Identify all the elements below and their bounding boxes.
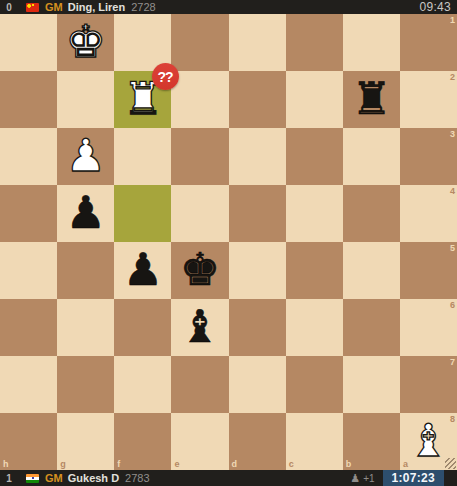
square-h3[interactable] bbox=[0, 128, 57, 185]
square-b2[interactable]: ♜ bbox=[343, 71, 400, 128]
coordinate-file-g: g bbox=[60, 460, 66, 469]
white-bishop-a8[interactable]: ♝ bbox=[408, 418, 448, 463]
player-name-bottom[interactable]: Gukesh D bbox=[68, 472, 119, 484]
square-g3[interactable]: ♟ bbox=[57, 128, 114, 185]
chess-broadcast-app: 0 GM Ding, Liren 2728 09:43 ?? ♚1♜♜2♟3♟4… bbox=[0, 0, 457, 486]
square-c1[interactable] bbox=[286, 14, 343, 71]
square-g5[interactable] bbox=[57, 242, 114, 299]
coordinate-rank-6: 6 bbox=[450, 301, 455, 310]
square-e5[interactable]: ♚ bbox=[171, 242, 228, 299]
square-h4[interactable] bbox=[0, 185, 57, 242]
player-rating-bottom: 2783 bbox=[125, 472, 149, 484]
player-name-top[interactable]: Ding, Liren bbox=[68, 1, 125, 13]
coordinate-rank-3: 3 bbox=[450, 130, 455, 139]
square-g4[interactable]: ♟ bbox=[57, 185, 114, 242]
india-flag-icon bbox=[26, 474, 39, 483]
square-g6[interactable] bbox=[57, 299, 114, 356]
coordinate-rank-5: 5 bbox=[450, 244, 455, 253]
black-bishop-e6[interactable]: ♝ bbox=[180, 304, 220, 349]
white-king-g1[interactable]: ♚ bbox=[66, 19, 106, 64]
coordinate-file-f: f bbox=[117, 460, 120, 469]
black-rook-b2[interactable]: ♜ bbox=[351, 76, 391, 121]
square-d3[interactable] bbox=[229, 128, 286, 185]
square-a6[interactable]: 6 bbox=[400, 299, 457, 356]
square-a7[interactable]: 7 bbox=[400, 356, 457, 413]
coordinate-file-h: h bbox=[3, 460, 9, 469]
square-c4[interactable] bbox=[286, 185, 343, 242]
square-a2[interactable]: 2 bbox=[400, 71, 457, 128]
square-h1[interactable] bbox=[0, 14, 57, 71]
coordinate-rank-8: 8 bbox=[450, 415, 455, 424]
material-value: +1 bbox=[363, 473, 374, 484]
coordinate-file-e: e bbox=[174, 460, 179, 469]
china-flag-icon bbox=[26, 3, 39, 12]
blunder-annotation-badge: ?? bbox=[152, 63, 179, 90]
square-b8[interactable]: b bbox=[343, 413, 400, 470]
coordinate-rank-1: 1 bbox=[450, 16, 455, 25]
coordinate-rank-4: 4 bbox=[450, 187, 455, 196]
coordinate-rank-2: 2 bbox=[450, 73, 455, 82]
square-d2[interactable] bbox=[229, 71, 286, 128]
square-a3[interactable]: 3 bbox=[400, 128, 457, 185]
coordinate-rank-7: 7 bbox=[450, 358, 455, 367]
square-d7[interactable] bbox=[229, 356, 286, 413]
player-bar-bottom: 1 GM Gukesh D 2783 ♟ +1 1:07:23 bbox=[0, 470, 457, 486]
square-d6[interactable] bbox=[229, 299, 286, 356]
square-e2[interactable] bbox=[171, 71, 228, 128]
square-f3[interactable] bbox=[114, 128, 171, 185]
player-bar-top: 0 GM Ding, Liren 2728 09:43 bbox=[0, 0, 457, 14]
black-pawn-f5[interactable]: ♟ bbox=[123, 247, 163, 292]
square-e7[interactable] bbox=[171, 356, 228, 413]
square-g2[interactable] bbox=[57, 71, 114, 128]
game-score-black: 1 bbox=[3, 473, 15, 484]
square-f5[interactable]: ♟ bbox=[114, 242, 171, 299]
square-d8[interactable]: d bbox=[229, 413, 286, 470]
square-h7[interactable] bbox=[0, 356, 57, 413]
square-a4[interactable]: 4 bbox=[400, 185, 457, 242]
chess-board: ?? ♚1♜♜2♟3♟4♟♚5♝67hgfedcb8a♝ bbox=[0, 14, 457, 470]
game-score-white: 0 bbox=[3, 2, 15, 13]
black-king-e5[interactable]: ♚ bbox=[180, 247, 220, 292]
square-f7[interactable] bbox=[114, 356, 171, 413]
square-f4[interactable] bbox=[114, 185, 171, 242]
square-b4[interactable] bbox=[343, 185, 400, 242]
board-resize-handle[interactable] bbox=[445, 458, 456, 469]
square-c3[interactable] bbox=[286, 128, 343, 185]
square-b3[interactable] bbox=[343, 128, 400, 185]
square-d4[interactable] bbox=[229, 185, 286, 242]
square-a5[interactable]: 5 bbox=[400, 242, 457, 299]
square-e8[interactable]: e bbox=[171, 413, 228, 470]
square-b7[interactable] bbox=[343, 356, 400, 413]
square-f8[interactable]: f bbox=[114, 413, 171, 470]
square-g8[interactable]: g bbox=[57, 413, 114, 470]
square-b1[interactable] bbox=[343, 14, 400, 71]
player-rating-top: 2728 bbox=[131, 1, 155, 13]
square-a1[interactable]: 1 bbox=[400, 14, 457, 71]
clock-top: 09:43 bbox=[419, 0, 451, 14]
square-b6[interactable] bbox=[343, 299, 400, 356]
black-pawn-g4[interactable]: ♟ bbox=[66, 190, 106, 235]
material-advantage: ♟ +1 bbox=[350, 473, 374, 484]
white-pawn-g3[interactable]: ♟ bbox=[66, 133, 106, 178]
square-h8[interactable]: h bbox=[0, 413, 57, 470]
square-e3[interactable] bbox=[171, 128, 228, 185]
square-d5[interactable] bbox=[229, 242, 286, 299]
coordinate-file-a: a bbox=[403, 460, 408, 469]
square-c5[interactable] bbox=[286, 242, 343, 299]
square-b5[interactable] bbox=[343, 242, 400, 299]
player-title: GM bbox=[45, 472, 63, 484]
square-d1[interactable] bbox=[229, 14, 286, 71]
square-f6[interactable] bbox=[114, 299, 171, 356]
square-h6[interactable] bbox=[0, 299, 57, 356]
coordinate-file-b: b bbox=[346, 460, 352, 469]
square-c6[interactable] bbox=[286, 299, 343, 356]
pawn-icon: ♟ bbox=[350, 473, 360, 484]
coordinate-file-c: c bbox=[289, 460, 294, 469]
square-c2[interactable] bbox=[286, 71, 343, 128]
square-g7[interactable] bbox=[57, 356, 114, 413]
player-title: GM bbox=[45, 1, 63, 13]
square-e1[interactable] bbox=[171, 14, 228, 71]
square-e6[interactable]: ♝ bbox=[171, 299, 228, 356]
square-e4[interactable] bbox=[171, 185, 228, 242]
square-c8[interactable]: c bbox=[286, 413, 343, 470]
square-c7[interactable] bbox=[286, 356, 343, 413]
clock-bottom: 1:07:23 bbox=[383, 470, 444, 486]
square-g1[interactable]: ♚ bbox=[57, 14, 114, 71]
square-h5[interactable] bbox=[0, 242, 57, 299]
square-h2[interactable] bbox=[0, 71, 57, 128]
coordinate-file-d: d bbox=[232, 460, 238, 469]
